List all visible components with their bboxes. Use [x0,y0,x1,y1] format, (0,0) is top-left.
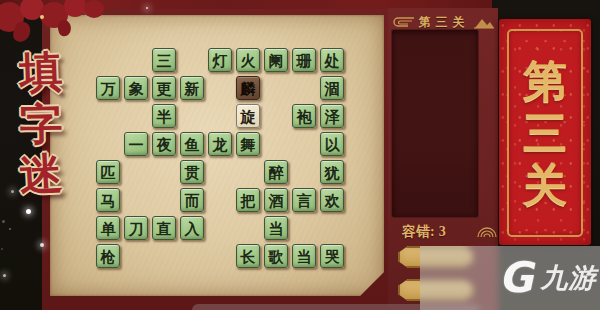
level-panel-header: 第三关 [388,12,498,32]
tile-以[interactable]: 以 [320,132,344,156]
banner-char: 第 [523,59,567,105]
tolerance-label: 容错: [402,223,435,241]
tile-刀[interactable]: 刀 [124,216,148,240]
tile-夜[interactable]: 夜 [152,132,176,156]
tile-而[interactable]: 而 [180,188,204,212]
tile-象[interactable]: 象 [124,76,148,100]
tile-歌[interactable]: 歌 [264,244,288,268]
tile-泽[interactable]: 泽 [320,104,344,128]
butterfly-sparkle [26,209,31,214]
tile-更[interactable]: 更 [152,76,176,100]
tile-哭[interactable]: 哭 [320,244,344,268]
level-banner: 第 三 关 [499,19,591,245]
banner-level-text: 第 三 关 [499,19,591,245]
ninegame-logo-text: 九游 [540,260,596,296]
tile-当[interactable]: 当 [292,244,316,268]
level-header-label: 第三关 [419,14,470,31]
background-speck [9,228,11,230]
tile-马[interactable]: 马 [96,188,120,212]
papercut-gold-dot [40,15,44,19]
tile-麟[interactable]: 麟 [236,76,260,100]
tile-贯[interactable]: 贯 [180,160,204,184]
tile-半[interactable]: 半 [152,104,176,128]
butterfly-sparkle [40,243,44,247]
tile-火[interactable]: 火 [236,48,260,72]
tile-珊[interactable]: 珊 [292,48,316,72]
tile-单[interactable]: 单 [96,216,120,240]
tile-阑[interactable]: 阑 [264,48,288,72]
papercut-leaf [56,19,72,38]
tolerance-value: 3 [439,224,446,240]
tile-处[interactable]: 处 [320,48,344,72]
tile-舞[interactable]: 舞 [236,132,260,156]
tile-匹[interactable]: 匹 [96,160,120,184]
tile-grid: 三灯火阑珊处万象更新麟涸半旋袍泽一夜鱼龙舞以匹贯醉犹马而把酒言欢单刀直入当枪长歌… [94,46,346,270]
tile-犹[interactable]: 犹 [320,160,344,184]
background-speck [1,248,3,250]
tile-一[interactable]: 一 [124,132,148,156]
tile-当[interactable]: 当 [264,216,288,240]
tile-酒[interactable]: 酒 [264,188,288,212]
game-screen: 三灯火阑珊处万象更新麟涸半旋袍泽一夜鱼龙舞以匹贯醉犹马而把酒言欢单刀直入当枪长歌… [0,0,600,310]
top-dark-area [492,0,600,19]
banner-char: 三 [523,111,567,157]
tile-直[interactable]: 直 [152,216,176,240]
tile-袍[interactable]: 袍 [292,104,316,128]
title-char: 填 [9,43,73,103]
tile-入[interactable]: 入 [180,216,204,240]
papercut-petal [64,0,86,17]
tile-鱼[interactable]: 鱼 [180,132,204,156]
background-speck [2,220,5,223]
tile-灯[interactable]: 灯 [208,48,232,72]
watermark-overlay: G 九游 [420,246,600,310]
tile-把[interactable]: 把 [236,188,260,212]
tile-旋[interactable]: 旋 [236,104,260,128]
tile-万[interactable]: 万 [96,76,120,100]
tile-枪[interactable]: 枪 [96,244,120,268]
banner-char: 关 [523,163,567,209]
sparkle [146,7,148,9]
tile-龙[interactable]: 龙 [208,132,232,156]
papercut-petal [84,0,104,18]
clue-area [392,30,478,217]
ninegame-logo-icon: G [498,257,541,299]
tile-新[interactable]: 新 [180,76,204,100]
swirl-icon [476,224,498,238]
tile-长[interactable]: 长 [236,244,260,268]
tile-欢[interactable]: 欢 [320,188,344,212]
mountain-icon [473,16,495,29]
tolerance-row: 容错: 3 [402,222,492,242]
tile-涸[interactable]: 涸 [320,76,344,100]
tile-三[interactable]: 三 [152,48,176,72]
sparkle [3,274,6,277]
tile-言[interactable]: 言 [292,188,316,212]
tile-醉[interactable]: 醉 [264,160,288,184]
title-char: 迷 [9,144,74,205]
cloud-scroll-icon [392,16,416,28]
